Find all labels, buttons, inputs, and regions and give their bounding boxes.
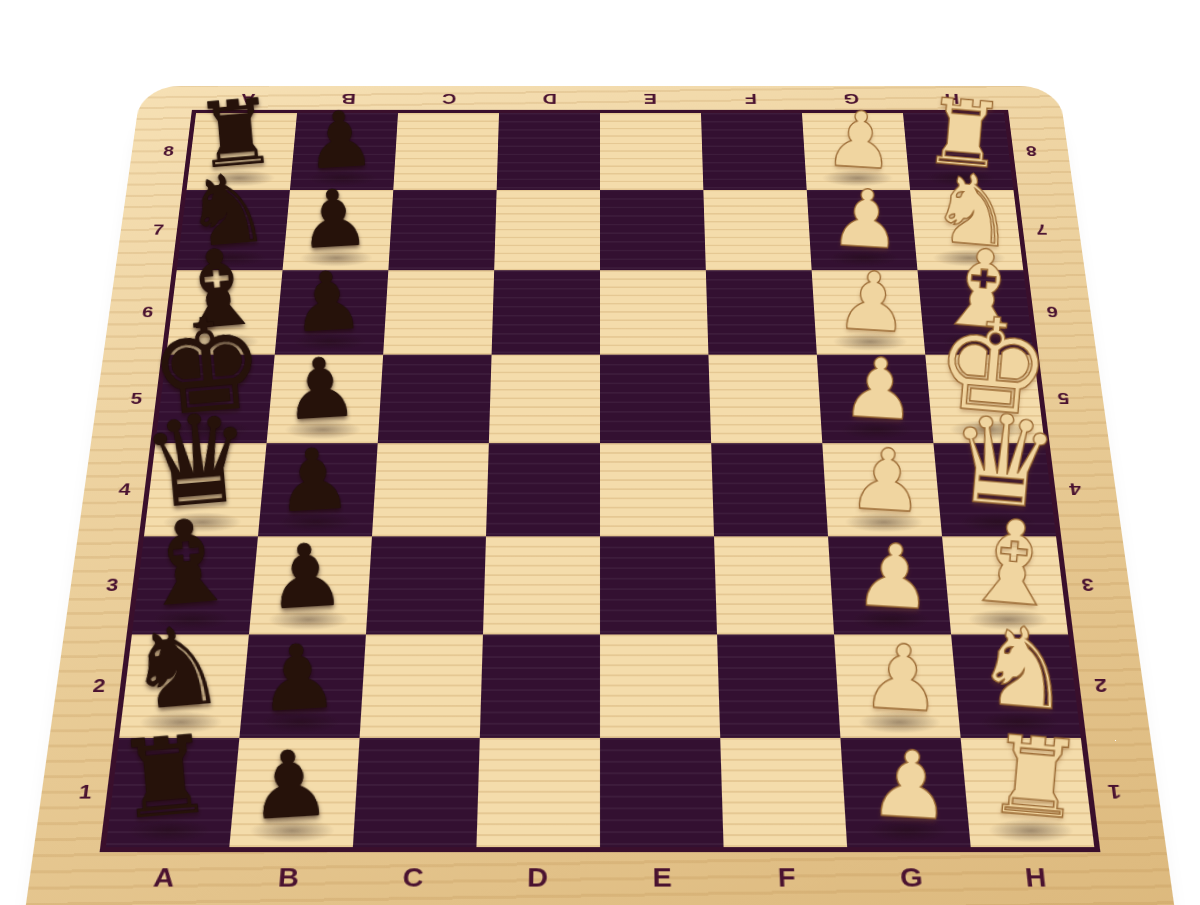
square-a6[interactable] bbox=[166, 270, 282, 354]
rank-label-left-1: 1 bbox=[77, 780, 93, 803]
rank-label-left-6: 6 bbox=[141, 303, 155, 321]
square-f8[interactable] bbox=[701, 113, 807, 190]
square-f5[interactable] bbox=[708, 354, 822, 443]
square-e6[interactable] bbox=[600, 270, 708, 354]
file-label-top-f: F bbox=[744, 89, 757, 106]
rank-label-left-8: 8 bbox=[162, 142, 175, 158]
square-g8[interactable] bbox=[802, 113, 910, 190]
square-e1[interactable] bbox=[600, 737, 724, 846]
square-h8[interactable] bbox=[903, 113, 1013, 190]
file-label-bottom-g: G bbox=[899, 861, 924, 893]
white-pawn-g2[interactable]: ♟ bbox=[859, 630, 945, 725]
file-label-top-a: A bbox=[240, 89, 256, 106]
square-a8[interactable] bbox=[187, 113, 297, 190]
black-pawn-b3[interactable]: ♟ bbox=[264, 530, 348, 622]
square-f4[interactable] bbox=[711, 443, 828, 536]
rank-label-right-7: 7 bbox=[1035, 221, 1048, 238]
square-c5[interactable] bbox=[378, 354, 492, 443]
square-e8[interactable] bbox=[600, 113, 703, 190]
square-c7[interactable] bbox=[388, 189, 496, 269]
square-h6[interactable] bbox=[917, 270, 1033, 354]
rank-label-right-8: 8 bbox=[1025, 142, 1038, 158]
rank-label-right-2: 2 bbox=[1093, 674, 1108, 696]
black-pawn-b2[interactable]: ♟ bbox=[255, 630, 341, 725]
square-h7[interactable] bbox=[910, 189, 1023, 269]
file-label-top-c: C bbox=[442, 89, 457, 106]
square-b6[interactable] bbox=[275, 270, 389, 354]
square-e3[interactable] bbox=[600, 536, 717, 634]
square-b8[interactable] bbox=[290, 113, 398, 190]
file-label-bottom-e: E bbox=[652, 861, 672, 893]
square-d7[interactable] bbox=[494, 189, 600, 269]
square-e7[interactable] bbox=[600, 189, 706, 269]
square-c8[interactable] bbox=[393, 113, 499, 190]
black-rook-a1[interactable]: ♜ bbox=[112, 719, 217, 835]
rank-label-right-3: 3 bbox=[1080, 574, 1095, 595]
square-f1[interactable] bbox=[720, 737, 847, 846]
square-e4[interactable] bbox=[600, 443, 714, 536]
white-rook-h1[interactable]: ♜ bbox=[983, 719, 1088, 835]
rank-label-right-1: 1 bbox=[1107, 780, 1123, 803]
file-label-top-e: E bbox=[644, 89, 657, 106]
chess-board: ABCDEFGHABCDEFGH8765432187654321 ♜♞♝♚♛♝♞… bbox=[18, 86, 1182, 905]
file-label-top-h: H bbox=[944, 89, 960, 106]
square-d4[interactable] bbox=[486, 443, 600, 536]
square-c3[interactable] bbox=[366, 536, 486, 634]
black-pawn-b1[interactable]: ♟ bbox=[245, 736, 333, 833]
square-d3[interactable] bbox=[483, 536, 600, 634]
square-c2[interactable] bbox=[360, 634, 483, 737]
rank-label-left-2: 2 bbox=[91, 674, 106, 696]
file-label-bottom-a: A bbox=[152, 861, 176, 893]
white-pawn-g3[interactable]: ♟ bbox=[852, 530, 936, 622]
square-d6[interactable] bbox=[492, 270, 600, 354]
file-label-bottom-d: D bbox=[527, 861, 548, 893]
file-label-bottom-c: C bbox=[402, 861, 424, 893]
square-b7[interactable] bbox=[283, 189, 394, 269]
rank-label-left-3: 3 bbox=[105, 574, 120, 595]
file-label-bottom-h: H bbox=[1024, 861, 1048, 893]
square-d8[interactable] bbox=[497, 113, 600, 190]
white-pawn-g4[interactable]: ♟ bbox=[846, 435, 927, 525]
square-c1[interactable] bbox=[353, 737, 480, 846]
square-f3[interactable] bbox=[714, 536, 834, 634]
file-label-top-g: G bbox=[843, 89, 860, 106]
photo-background: ABCDEFGHABCDEFGH8765432187654321 ♜♞♝♚♛♝♞… bbox=[0, 0, 1200, 905]
rank-label-right-4: 4 bbox=[1068, 479, 1082, 499]
white-pawn-g1[interactable]: ♟ bbox=[866, 736, 954, 833]
square-a7[interactable] bbox=[177, 189, 290, 269]
black-knight-a2[interactable]: ♞ bbox=[123, 610, 230, 727]
square-c6[interactable] bbox=[383, 270, 494, 354]
black-pawn-b4[interactable]: ♟ bbox=[273, 435, 354, 525]
square-e2[interactable] bbox=[600, 634, 720, 737]
square-d2[interactable] bbox=[480, 634, 600, 737]
file-label-bottom-f: F bbox=[777, 861, 796, 893]
rank-label-left-7: 7 bbox=[152, 221, 165, 238]
square-f7[interactable] bbox=[703, 189, 811, 269]
rank-label-right-6: 6 bbox=[1046, 303, 1060, 321]
white-knight-h2[interactable]: ♞ bbox=[970, 610, 1077, 727]
square-c4[interactable] bbox=[372, 443, 489, 536]
square-d5[interactable] bbox=[489, 354, 600, 443]
square-f6[interactable] bbox=[706, 270, 817, 354]
rank-label-left-4: 4 bbox=[117, 479, 131, 499]
square-f2[interactable] bbox=[717, 634, 840, 737]
square-d1[interactable] bbox=[476, 737, 600, 846]
square-g7[interactable] bbox=[807, 189, 918, 269]
file-label-bottom-b: B bbox=[277, 861, 300, 893]
file-label-top-b: B bbox=[341, 89, 357, 106]
file-label-top-d: D bbox=[542, 89, 557, 106]
square-g6[interactable] bbox=[812, 270, 926, 354]
square-e5[interactable] bbox=[600, 354, 711, 443]
